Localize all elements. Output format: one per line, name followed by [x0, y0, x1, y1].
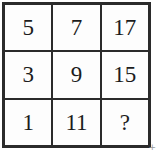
cell-r1c3: 17 [101, 4, 149, 51]
cell-r1c1: 5 [4, 4, 52, 51]
cell-r2c2: 9 [52, 51, 100, 98]
puzzle-grid: 5 7 17 3 9 15 1 11 ? [2, 2, 151, 148]
cell-r3c1: 1 [4, 99, 52, 146]
corner-artifact-mark: + [148, 143, 156, 152]
cell-r3c2: 11 [52, 99, 100, 146]
cell-r2c1: 3 [4, 51, 52, 98]
cell-r3c3-missing-value: ? [101, 99, 149, 146]
cell-r1c2: 7 [52, 4, 100, 51]
cell-r2c3: 15 [101, 51, 149, 98]
